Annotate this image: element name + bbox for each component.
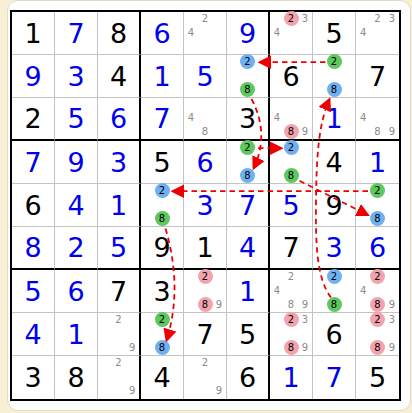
cell-r3c9[interactable]: 489: [356, 98, 399, 141]
candidate-9: 9: [384, 340, 399, 355]
solved-digit: 5: [12, 270, 54, 312]
cell-r9c3[interactable]: 29: [98, 356, 141, 399]
pink-marked-candidate-8: 8: [370, 340, 385, 355]
blue-marked-candidate-8: 8: [240, 168, 255, 183]
cell-r4c2[interactable]: 9: [55, 141, 98, 184]
cell-r9c6[interactable]: 6: [227, 356, 270, 399]
candidate-2: 2: [198, 355, 213, 370]
solved-digit: 6: [184, 141, 226, 183]
candidate-9: 9: [298, 340, 313, 355]
solved-digit: 6: [98, 98, 139, 139]
green-marked-candidate-2: 2: [240, 140, 255, 155]
cell-r4c4[interactable]: 5: [141, 141, 184, 184]
solved-digit: 1: [227, 270, 268, 312]
cell-r5c3[interactable]: 1: [98, 184, 141, 227]
candidate-8: 8: [284, 297, 299, 312]
solved-digit: 2: [55, 227, 97, 268]
given-digit: 6: [313, 313, 355, 355]
given-digit: 6: [227, 356, 268, 399]
cell-r1c8[interactable]: 5: [313, 12, 356, 55]
given-digit: 1: [12, 12, 54, 54]
cell-r1c2[interactable]: 7: [55, 12, 98, 55]
cell-r3c8[interactable]: 1: [313, 98, 356, 141]
given-digit: 3: [227, 98, 268, 139]
cell-r2c3[interactable]: 4: [98, 55, 141, 98]
cell-r5c1[interactable]: 6: [12, 184, 55, 227]
candidate-3: 3: [384, 11, 399, 26]
pink-marked-candidate-8: 8: [198, 297, 213, 312]
candidate-4: 4: [184, 25, 199, 40]
solved-digit: 7: [55, 12, 97, 54]
given-digit: 5: [313, 12, 355, 54]
given-digit: 9: [313, 184, 355, 226]
green-marked-candidate-2: 2: [327, 54, 342, 69]
green-marked-candidate-8: 8: [155, 211, 170, 226]
cell-r3c7[interactable]: 489: [270, 98, 313, 141]
candidate-2: 2: [111, 355, 126, 370]
cell-r9c9[interactable]: 5: [356, 356, 399, 399]
cell-r2c8[interactable]: 28: [313, 55, 356, 98]
green-marked-candidate-2: 2: [155, 312, 170, 327]
cell-r4c3[interactable]: 3: [98, 141, 141, 184]
cell-r5c2[interactable]: 4: [55, 184, 98, 227]
given-digit: 4: [98, 55, 139, 97]
cell-r8c9[interactable]: 2389: [356, 313, 399, 356]
cell-r8c3[interactable]: 29: [98, 313, 141, 356]
solved-digit: 7: [12, 141, 54, 183]
given-digit: 5: [227, 313, 268, 355]
cell-r6c4[interactable]: 9: [141, 227, 184, 270]
given-digit: 4: [313, 141, 355, 183]
solved-digit: 9: [12, 55, 54, 97]
solved-digit: 6: [356, 227, 399, 268]
cell-r2c6[interactable]: 28: [227, 55, 270, 98]
green-marked-candidate-8: 8: [240, 82, 255, 97]
solved-digit: 7: [227, 184, 268, 226]
cell-r6c3[interactable]: 5: [98, 227, 141, 270]
cell-r3c5[interactable]: 48: [184, 98, 227, 141]
given-digit: 3: [141, 270, 183, 312]
cell-r3c3[interactable]: 6: [98, 98, 141, 141]
candidate-4: 4: [356, 25, 371, 40]
cell-r1c9[interactable]: 234: [356, 12, 399, 55]
candidate-4: 4: [270, 25, 285, 40]
solved-digit: 5: [98, 227, 139, 268]
pink-marked-candidate-2: 2: [284, 312, 299, 327]
cell-r5c4[interactable]: 28: [141, 184, 184, 227]
pink-marked-candidate-8: 8: [284, 124, 299, 139]
cell-r4c8[interactable]: 4: [313, 141, 356, 184]
cell-r8c7[interactable]: 2389: [270, 313, 313, 356]
blue-marked-candidate-8: 8: [327, 82, 342, 97]
candidate-9: 9: [384, 297, 399, 312]
candidate-3: 3: [384, 312, 399, 327]
cell-r2c5[interactable]: 5: [184, 55, 227, 98]
candidate-4: 4: [184, 111, 199, 126]
candidate-9: 9: [384, 124, 399, 139]
cell-r7c5[interactable]: 289: [184, 270, 227, 313]
solved-digit: 3: [313, 227, 355, 268]
candidate-4: 4: [356, 283, 371, 298]
pink-marked-candidate-2: 2: [284, 11, 299, 26]
candidate-4: 4: [270, 283, 285, 298]
cell-r6c2[interactable]: 2: [55, 227, 98, 270]
cell-r7c2[interactable]: 6: [55, 270, 98, 313]
solved-digit: 1: [270, 356, 312, 399]
cell-r5c7[interactable]: 5: [270, 184, 313, 227]
cell-r8c8[interactable]: 6: [313, 313, 356, 356]
solved-digit: 1: [98, 184, 139, 226]
pink-marked-candidate-2: 2: [370, 269, 385, 284]
cell-r5c8[interactable]: 9: [313, 184, 356, 227]
cell-r8c1[interactable]: 4: [12, 313, 55, 356]
cell-r4c5[interactable]: 6: [184, 141, 227, 184]
cell-r4c9[interactable]: 1: [356, 141, 399, 184]
given-digit: 5: [356, 356, 399, 399]
cell-r7c4[interactable]: 3: [141, 270, 184, 313]
candidate-2: 2: [198, 11, 213, 26]
green-marked-candidate-2: 2: [370, 183, 385, 198]
solved-digit: 6: [141, 12, 183, 54]
blue-marked-candidate-8: 8: [155, 340, 170, 355]
cell-r3c1[interactable]: 2: [12, 98, 55, 141]
cell-r1c7[interactable]: 234: [270, 12, 313, 55]
sudoku-panel: 1786249234523493415286287256748348914897…: [7, 0, 411, 411]
cell-r6c6[interactable]: 4: [227, 227, 270, 270]
cell-r8c2[interactable]: 1: [55, 313, 98, 356]
given-digit: 6: [270, 55, 312, 97]
cell-r1c5[interactable]: 24: [184, 12, 227, 55]
candidate-8: 8: [198, 124, 213, 139]
given-digit: 7: [356, 55, 399, 97]
solved-digit: 9: [55, 141, 97, 183]
cell-r6c9[interactable]: 6: [356, 227, 399, 270]
cell-r5c5[interactable]: 3: [184, 184, 227, 227]
cell-r8c6[interactable]: 5: [227, 313, 270, 356]
blue-marked-candidate-8: 8: [370, 211, 385, 226]
solved-digit: 1: [313, 98, 355, 139]
cell-r7c3[interactable]: 7: [98, 270, 141, 313]
candidate-3: 3: [298, 11, 313, 26]
cell-r6c1[interactable]: 8: [12, 227, 55, 270]
candidate-2: 2: [370, 11, 385, 26]
candidate-9: 9: [212, 384, 227, 399]
pink-marked-candidate-2: 2: [370, 312, 385, 327]
candidate-2: 2: [284, 269, 299, 284]
cell-r7c7[interactable]: 2489: [270, 270, 313, 313]
solved-digit: 4: [12, 313, 54, 355]
solved-digit: 5: [184, 55, 226, 97]
pink-marked-candidate-8: 8: [370, 297, 385, 312]
solved-digit: 1: [55, 313, 97, 355]
solved-digit: 8: [12, 227, 54, 268]
cell-r9c5[interactable]: 29: [184, 356, 227, 399]
cell-r4c1[interactable]: 7: [12, 141, 55, 184]
cell-r1c3[interactable]: 8: [98, 12, 141, 55]
cell-r5c6[interactable]: 7: [227, 184, 270, 227]
cell-r9c8[interactable]: 7: [313, 356, 356, 399]
given-digit: 7: [98, 270, 139, 312]
solved-digit: 3: [55, 55, 97, 97]
cell-r1c4[interactable]: 6: [141, 12, 184, 55]
cell-r2c2[interactable]: 3: [55, 55, 98, 98]
cell-r9c1[interactable]: 3: [12, 356, 55, 399]
solved-digit: 4: [227, 227, 268, 268]
candidate-4: 4: [270, 111, 285, 126]
cell-r7c9[interactable]: 2489: [356, 270, 399, 313]
cell-r4c7[interactable]: 28: [270, 141, 313, 184]
cell-r1c6[interactable]: 9: [227, 12, 270, 55]
candidate-9: 9: [125, 340, 140, 355]
blue-marked-candidate-2: 2: [155, 183, 170, 198]
cell-r9c4[interactable]: 4: [141, 356, 184, 399]
solved-digit: 6: [55, 270, 97, 312]
cell-r2c1[interactable]: 9: [12, 55, 55, 98]
cell-r3c4[interactable]: 7: [141, 98, 184, 141]
solved-digit: 3: [98, 141, 139, 183]
cell-r3c2[interactable]: 5: [55, 98, 98, 141]
given-digit: 5: [141, 141, 183, 183]
cell-r5c9[interactable]: 28: [356, 184, 399, 227]
given-digit: 1: [184, 227, 226, 268]
solved-digit: 4: [55, 184, 97, 226]
cell-r8c5[interactable]: 7: [184, 313, 227, 356]
given-digit: 4: [141, 356, 183, 399]
blue-marked-candidate-2: 2: [240, 54, 255, 69]
cell-r9c2[interactable]: 8: [55, 356, 98, 399]
solved-digit: 1: [356, 141, 399, 183]
cell-r8c4[interactable]: 28: [141, 313, 184, 356]
solved-digit: 3: [184, 184, 226, 226]
given-digit: 7: [270, 227, 312, 268]
blue-marked-candidate-2: 2: [284, 140, 299, 155]
cell-r6c5[interactable]: 1: [184, 227, 227, 270]
green-marked-candidate-8: 8: [327, 297, 342, 312]
candidate-8: 8: [370, 124, 385, 139]
green-marked-candidate-8: 8: [284, 168, 299, 183]
cell-r1c1[interactable]: 1: [12, 12, 55, 55]
solved-digit: 7: [313, 356, 355, 399]
cell-r4c6[interactable]: 28: [227, 141, 270, 184]
solved-digit: 9: [227, 12, 268, 54]
sudoku-board: 1786249234523493415286287256748348914897…: [10, 10, 401, 401]
pink-marked-candidate-8: 8: [284, 340, 299, 355]
solved-digit: 7: [141, 98, 183, 139]
blue-marked-candidate-2: 2: [327, 269, 342, 284]
given-digit: 8: [55, 356, 97, 399]
candidate-2: 2: [111, 312, 126, 327]
cell-r2c9[interactable]: 7: [356, 55, 399, 98]
candidate-3: 3: [298, 312, 313, 327]
cell-r7c1[interactable]: 5: [12, 270, 55, 313]
candidate-4: 4: [356, 111, 371, 126]
candidate-9: 9: [212, 297, 227, 312]
given-digit: 2: [12, 98, 54, 139]
solved-digit: 5: [55, 98, 97, 139]
given-digit: 7: [184, 313, 226, 355]
candidate-9: 9: [298, 124, 313, 139]
given-digit: 6: [12, 184, 54, 226]
cell-r9c7[interactable]: 1: [270, 356, 313, 399]
cell-r7c6[interactable]: 1: [227, 270, 270, 313]
solved-digit: 5: [270, 184, 312, 226]
cell-r6c7[interactable]: 7: [270, 227, 313, 270]
solved-digit: 1: [141, 55, 183, 97]
candidate-9: 9: [298, 297, 313, 312]
given-digit: 3: [12, 356, 54, 399]
given-digit: 9: [141, 227, 183, 268]
given-digit: 8: [98, 12, 139, 54]
candidate-9: 9: [125, 384, 140, 399]
screen: { "game": "sudoku", "app_context": "sudo…: [0, 0, 412, 413]
cell-r6c8[interactable]: 3: [313, 227, 356, 270]
pink-marked-candidate-2: 2: [198, 269, 213, 284]
cell-r2c7[interactable]: 6: [270, 55, 313, 98]
cell-r2c4[interactable]: 1: [141, 55, 184, 98]
cell-r7c8[interactable]: 28: [313, 270, 356, 313]
cell-r3c6[interactable]: 3: [227, 98, 270, 141]
